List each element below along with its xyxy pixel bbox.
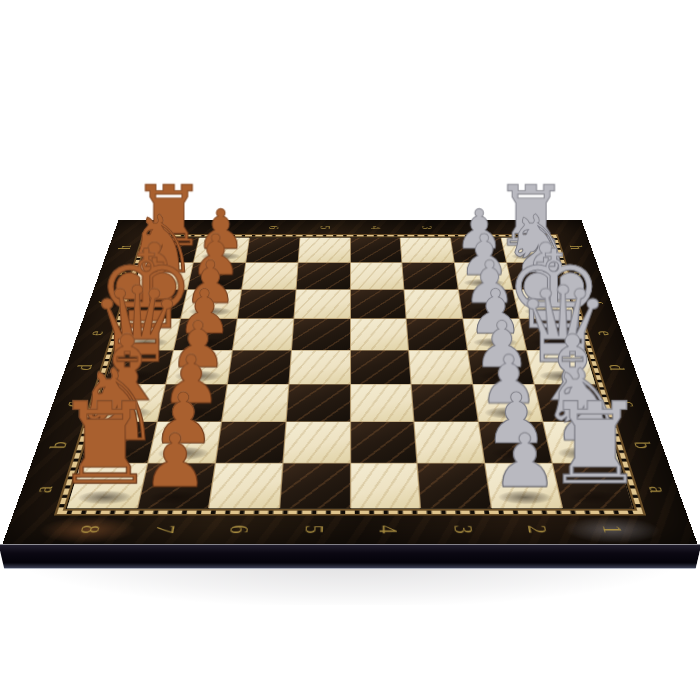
piece-black-rook-a8: ♜ <box>54 390 155 497</box>
square-d4[interactable] <box>351 350 411 384</box>
rank-label: 8 <box>163 226 181 229</box>
rank-label: 1 <box>595 525 626 533</box>
board-front-edge <box>0 544 700 568</box>
square-c4[interactable] <box>351 385 414 422</box>
square-d3[interactable] <box>409 350 472 384</box>
square-e4[interactable] <box>350 319 408 350</box>
rank-label: 3 <box>447 525 476 533</box>
square-f5[interactable] <box>294 290 350 319</box>
square-b4[interactable] <box>351 422 417 463</box>
square-a3[interactable] <box>418 464 491 509</box>
rank-label: 1 <box>519 226 537 229</box>
rank-label: 6 <box>265 226 282 229</box>
square-b5[interactable] <box>283 422 349 463</box>
square-e5[interactable] <box>292 319 350 350</box>
beaded-frame: ♜♟♟♜♞♟♟♞♝♟♟♝♚♟♟♚♛♟♟♛♝♟♟♝♞♟♟♞♜♟♟♜ <box>57 235 643 514</box>
square-e6[interactable] <box>233 319 293 350</box>
square-a8[interactable]: ♜ <box>67 464 147 509</box>
file-label: a <box>642 486 671 493</box>
board-photo-scene: 87654321 87654321 hgfedcba hgfedcba ♜♟♟♜… <box>0 0 700 700</box>
square-h4[interactable] <box>350 238 401 263</box>
square-d5[interactable] <box>289 350 349 384</box>
rank-label: 4 <box>373 525 402 533</box>
file-label: h <box>114 245 135 249</box>
file-label: h <box>565 245 586 249</box>
square-c3[interactable] <box>412 385 478 422</box>
rank-labels-front: 87654321 <box>47 514 652 544</box>
square-a5[interactable] <box>280 464 350 509</box>
square-f4[interactable] <box>350 290 406 319</box>
square-c6[interactable] <box>222 385 288 422</box>
rank-label: 2 <box>521 525 551 533</box>
rank-label: 5 <box>298 525 327 533</box>
chess-board: 87654321 87654321 hgfedcba hgfedcba ♜♟♟♜… <box>2 220 697 544</box>
square-b6[interactable] <box>216 422 285 463</box>
square-h5[interactable] <box>298 238 349 263</box>
square-b3[interactable] <box>415 422 484 463</box>
rank-label: 7 <box>149 525 179 533</box>
rank-label: 5 <box>316 226 333 229</box>
rank-label: 7 <box>214 226 232 229</box>
rank-label: 4 <box>367 226 384 229</box>
squares-grid: ♜♟♟♜♞♟♟♞♝♟♟♝♚♟♟♚♛♟♟♛♝♟♟♝♞♟♟♞♜♟♟♜ <box>67 238 633 509</box>
square-e3[interactable] <box>407 319 467 350</box>
square-a6[interactable] <box>209 464 282 509</box>
square-a4[interactable] <box>351 464 421 509</box>
square-g3[interactable] <box>403 263 458 289</box>
square-f3[interactable] <box>405 290 463 319</box>
piece-white-rook-a1: ♜ <box>544 390 645 497</box>
square-g4[interactable] <box>350 263 403 289</box>
rank-label: 6 <box>224 525 253 533</box>
square-h3[interactable] <box>401 238 454 263</box>
board-top-surface: 87654321 87654321 hgfedcba hgfedcba ♜♟♟♜… <box>2 220 697 544</box>
square-h6[interactable] <box>246 238 299 263</box>
square-d6[interactable] <box>228 350 291 384</box>
square-a1[interactable]: ♜ <box>553 464 633 509</box>
square-g6[interactable] <box>242 263 297 289</box>
square-f6[interactable] <box>238 290 296 319</box>
square-c5[interactable] <box>286 385 349 422</box>
rank-label: 2 <box>469 226 487 229</box>
rank-label: 8 <box>74 525 105 533</box>
rank-label: 3 <box>418 226 435 229</box>
square-g5[interactable] <box>296 263 349 289</box>
